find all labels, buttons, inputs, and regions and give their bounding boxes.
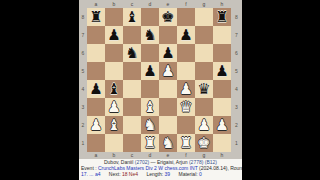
square-g1[interactable]: ♚ [195, 134, 213, 152]
square-h6[interactable] [213, 44, 231, 62]
square-g2[interactable]: ♟ [195, 116, 213, 134]
file-label-e: e [159, 1, 177, 8]
file-label-g: g [195, 152, 213, 159]
square-b5[interactable] [105, 62, 123, 80]
square-f1[interactable]: ♜ [177, 134, 195, 152]
file-label-a: a [87, 1, 105, 8]
white-pawn-b3[interactable]: ♟ [105, 98, 123, 116]
white-pawn-h2[interactable]: ♟ [213, 116, 231, 134]
rank-label-6: 6 [79, 44, 87, 62]
square-c2[interactable] [123, 116, 141, 134]
game-caption: Dubov, Daniil (2702) — Erigaisi, Arjun (… [79, 159, 242, 180]
letterbox-left [0, 0, 79, 180]
square-a6[interactable] [87, 44, 105, 62]
chess-diagram: abcdefgh 87654321 ♜♝♚♜♟♞♟♞♟♟♟♟♟♝♟♛♟♝♛♟♝♞… [79, 0, 242, 180]
square-b1[interactable] [105, 134, 123, 152]
square-h4[interactable] [213, 80, 231, 98]
square-c5[interactable] [123, 62, 141, 80]
square-g3[interactable] [195, 98, 213, 116]
white-queen-f3[interactable]: ♛ [177, 98, 195, 116]
material-value: 0 [199, 171, 202, 177]
file-label-b: b [105, 1, 123, 8]
black-knight-c6[interactable]: ♞ [123, 44, 141, 62]
black-pawn-a4[interactable]: ♟ [87, 80, 105, 98]
black-bishop-b4[interactable]: ♝ [105, 80, 123, 98]
square-h2[interactable]: ♟ [213, 116, 231, 134]
rank-label-4: 4 [79, 80, 87, 98]
white-pawn-e5[interactable]: ♟ [159, 62, 177, 80]
square-b6[interactable] [105, 44, 123, 62]
file-label-e: e [159, 152, 177, 159]
next-label: Next: [109, 171, 121, 177]
square-c6[interactable]: ♞ [123, 44, 141, 62]
square-h5[interactable]: ♟ [213, 62, 231, 80]
file-label-g: g [195, 1, 213, 8]
black-rook-h8[interactable]: ♜ [213, 8, 231, 26]
length-value: 39 [165, 171, 171, 177]
white-king-g1[interactable]: ♚ [195, 134, 213, 152]
square-d8[interactable] [141, 8, 159, 26]
square-e6[interactable]: ♟ [159, 44, 177, 62]
square-c4[interactable] [123, 80, 141, 98]
rank-label-1: 1 [231, 134, 242, 152]
file-label-f: f [177, 152, 195, 159]
square-g5[interactable] [195, 62, 213, 80]
material-label: Material: [178, 171, 197, 177]
square-d3[interactable]: ♝ [141, 98, 159, 116]
black-pawn-b7[interactable]: ♟ [105, 26, 123, 44]
square-b2[interactable]: ♝ [105, 116, 123, 134]
square-c7[interactable] [123, 26, 141, 44]
black-knight-d7[interactable]: ♞ [141, 26, 159, 44]
rank-label-5: 5 [231, 62, 242, 80]
square-g7[interactable] [195, 26, 213, 44]
square-g8[interactable] [195, 8, 213, 26]
square-a5[interactable] [87, 62, 105, 80]
material-segment: Material: 0 [178, 171, 201, 177]
square-b4[interactable]: ♝ [105, 80, 123, 98]
file-label-a: a [87, 152, 105, 159]
rank-label-5: 5 [79, 62, 87, 80]
file-label-d: d [141, 152, 159, 159]
file-label-f: f [177, 1, 195, 8]
rank-label-7: 7 [79, 26, 87, 44]
white-pawn-f4[interactable]: ♟ [177, 80, 195, 98]
square-d4[interactable] [141, 80, 159, 98]
video-frame: abcdefgh 87654321 ♜♝♚♜♟♞♟♞♟♟♟♟♟♝♟♛♟♝♛♟♝♞… [0, 0, 320, 180]
square-c3[interactable] [123, 98, 141, 116]
chess-board: ♜♝♚♜♟♞♟♞♟♟♟♟♟♝♟♛♟♝♛♟♝♞♟♟♜♞♜♚ [87, 8, 231, 152]
square-d6[interactable] [141, 44, 159, 62]
rank-label-8: 8 [79, 8, 87, 26]
square-b3[interactable]: ♟ [105, 98, 123, 116]
square-e7[interactable] [159, 26, 177, 44]
rank-label-2: 2 [231, 116, 242, 134]
file-label-b: b [105, 152, 123, 159]
length-segment: Length: 39 [146, 171, 170, 177]
square-e2[interactable] [159, 116, 177, 134]
rank-label-4: 4 [231, 80, 242, 98]
square-d1[interactable]: ♜ [141, 134, 159, 152]
square-h3[interactable] [213, 98, 231, 116]
white-bishop-d3[interactable]: ♝ [141, 98, 159, 116]
white-pawn-g2[interactable]: ♟ [195, 116, 213, 134]
black-pawn-d5[interactable]: ♟ [141, 62, 159, 80]
black-bishop-c8[interactable]: ♝ [123, 8, 141, 26]
file-label-d: d [141, 1, 159, 8]
rank-label-6: 6 [231, 44, 242, 62]
square-b8[interactable] [105, 8, 123, 26]
square-e1[interactable]: ♞ [159, 134, 177, 152]
black-pawn-f7[interactable]: ♟ [177, 26, 195, 44]
black-queen-g4[interactable]: ♛ [195, 80, 213, 98]
square-f5[interactable] [177, 62, 195, 80]
letterbox-right [242, 0, 320, 180]
black-pawn-h5[interactable]: ♟ [213, 62, 231, 80]
status-line: 17. ... a4 Next: 18 Ne4 Length: 39 Mater… [79, 171, 242, 177]
square-g6[interactable] [195, 44, 213, 62]
length-label: Length: [146, 171, 163, 177]
square-c1[interactable] [123, 134, 141, 152]
file-label-h: h [213, 152, 231, 159]
square-f3[interactable]: ♛ [177, 98, 195, 116]
square-f6[interactable] [177, 44, 195, 62]
square-e4[interactable] [159, 80, 177, 98]
black-pawn-e6[interactable]: ♟ [159, 44, 177, 62]
square-f7[interactable]: ♟ [177, 26, 195, 44]
white-knight-d2[interactable]: ♞ [141, 116, 159, 134]
square-f2[interactable] [177, 116, 195, 134]
square-a7[interactable] [87, 26, 105, 44]
square-c8[interactable]: ♝ [123, 8, 141, 26]
square-a2[interactable]: ♟ [87, 116, 105, 134]
file-label-h: h [213, 1, 231, 8]
square-d7[interactable]: ♞ [141, 26, 159, 44]
white-knight-e1[interactable]: ♞ [159, 134, 177, 152]
square-d2[interactable]: ♞ [141, 116, 159, 134]
rank-label-2: 2 [79, 116, 87, 134]
white-rook-f1[interactable]: ♜ [177, 134, 195, 152]
square-e8[interactable]: ♚ [159, 8, 177, 26]
square-a8[interactable]: ♜ [87, 8, 105, 26]
file-label-c: c [123, 152, 141, 159]
white-rook-d1[interactable]: ♜ [141, 134, 159, 152]
square-a3[interactable] [87, 98, 105, 116]
black-rook-a8[interactable]: ♜ [87, 8, 105, 26]
next-move-segment: Next: 18 Ne4 [109, 171, 138, 177]
square-e5[interactable]: ♟ [159, 62, 177, 80]
rank-label-3: 3 [79, 98, 87, 116]
file-labels-bottom: abcdefgh [87, 152, 231, 159]
black-king-e8[interactable]: ♚ [159, 8, 177, 26]
rank-labels-left: 87654321 [79, 8, 87, 152]
square-d5[interactable]: ♟ [141, 62, 159, 80]
next-move: 18 Ne4 [122, 171, 138, 177]
square-h7[interactable] [213, 26, 231, 44]
square-h8[interactable]: ♜ [213, 8, 231, 26]
white-bishop-b2[interactable]: ♝ [105, 116, 123, 134]
square-h1[interactable] [213, 134, 231, 152]
rank-label-1: 1 [79, 134, 87, 152]
square-f8[interactable] [177, 8, 195, 26]
rank-label-3: 3 [231, 98, 242, 116]
white-pawn-a2[interactable]: ♟ [87, 116, 105, 134]
square-f4[interactable]: ♟ [177, 80, 195, 98]
file-labels-top: abcdefgh [87, 1, 231, 8]
last-move: 17. ... a4 [81, 171, 100, 177]
rank-label-8: 8 [231, 8, 242, 26]
rank-label-7: 7 [231, 26, 242, 44]
square-b7[interactable]: ♟ [105, 26, 123, 44]
square-g4[interactable]: ♛ [195, 80, 213, 98]
rank-labels-right: 87654321 [231, 8, 242, 152]
square-e3[interactable] [159, 98, 177, 116]
square-a4[interactable]: ♟ [87, 80, 105, 98]
file-label-c: c [123, 1, 141, 8]
square-a1[interactable] [87, 134, 105, 152]
